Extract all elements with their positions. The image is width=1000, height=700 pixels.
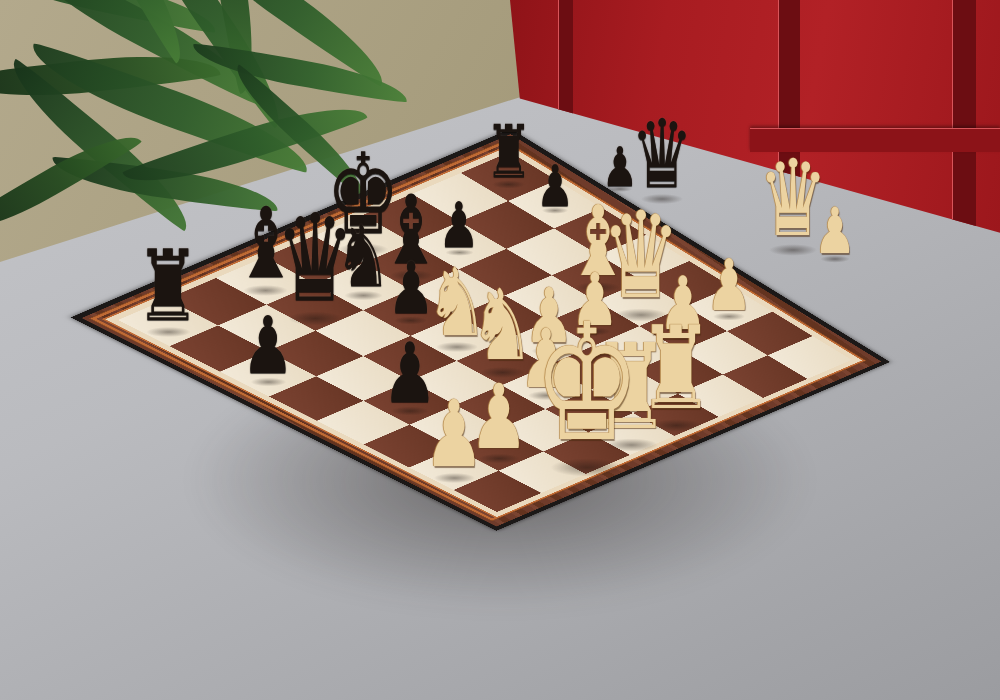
cabinet-rail <box>750 128 1000 152</box>
photo-scene: ♜♝♚♜♛♞♝♟♟♟♟♞♝♟♞♟♟♛♟♟♟♟♟♚♜♜♟♛♛♟ <box>0 0 1000 700</box>
piece-shadow <box>815 254 855 264</box>
piece-shadow <box>760 242 826 258</box>
piece-shadow <box>633 192 692 206</box>
piece-black-pawn-offboard-1: ♟ <box>602 140 638 195</box>
cabinet-frame-strip <box>778 0 800 240</box>
piece-white-pawn-offboard-4: ♟ <box>814 200 856 264</box>
cabinet-frame-strip <box>952 0 976 240</box>
